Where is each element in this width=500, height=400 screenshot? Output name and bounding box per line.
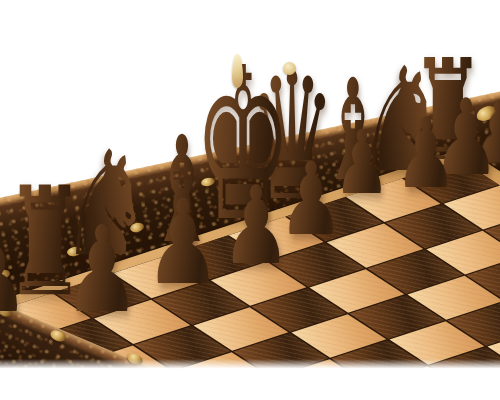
piece-pawn: ♟ [221,172,291,280]
chess-set-product-photo: ♜♞♝♚♛♝♞♜♟♟♟♟♟♟♟♟♟ [0,0,500,400]
piece-pawn: ♟ [0,216,29,328]
piece-pawn: ♟ [145,184,221,301]
piece-pawn: ♟ [64,211,141,330]
queen-finial [283,62,296,75]
piece-pawn: ♟ [395,105,458,202]
photo-content: ♜♞♝♚♛♝♞♜♟♟♟♟♟♟♟♟♟ [0,0,500,371]
photo-bottom-crop-fade [0,359,500,371]
king-finial [232,54,243,88]
